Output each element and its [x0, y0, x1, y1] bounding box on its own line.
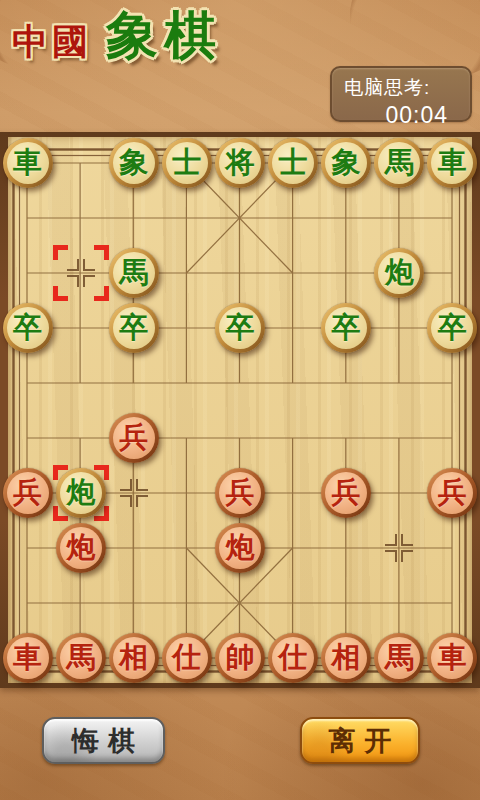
piece-red-車-f8r9[interactable]: 車 [427, 633, 477, 683]
piece-black-象-f6r0[interactable]: 象 [321, 138, 371, 188]
piece-glyph: 馬 [66, 643, 95, 672]
board-point: 兵 [1, 465, 54, 520]
board-point: 馬 [107, 245, 160, 300]
piece-glyph: 将 [225, 148, 254, 177]
board-point: 卒 [213, 300, 266, 355]
piece-black-車-f0r0[interactable]: 車 [3, 138, 53, 188]
piece-glyph: 兵 [225, 478, 254, 507]
board-point: 兵 [213, 465, 266, 520]
piece-glyph: 相 [119, 643, 148, 672]
board-point: 馬 [54, 630, 107, 685]
piece-red-相-f2r9[interactable]: 相 [109, 633, 159, 683]
piece-glyph: 炮 [66, 533, 95, 562]
piece-black-馬-f7r0[interactable]: 馬 [374, 138, 424, 188]
piece-glyph: 帥 [225, 643, 254, 672]
piece-glyph: 車 [13, 643, 42, 672]
piece-red-兵-f6r6[interactable]: 兵 [321, 468, 371, 518]
app-title: 中國 象棋 [12, 8, 222, 62]
board-point: 車 [1, 630, 54, 685]
xiangqi-app: 中國 象棋 电脑思考: 00:04 [0, 0, 480, 800]
board-point: 卒 [426, 300, 479, 355]
piece-glyph: 馬 [119, 258, 148, 287]
piece-glyph: 車 [438, 148, 467, 177]
piece-black-士-f3r0[interactable]: 士 [162, 138, 212, 188]
board-point: 兵 [426, 465, 479, 520]
piece-glyph: 炮 [66, 478, 95, 507]
computer-thinking-panel: 电脑思考: 00:04 [330, 66, 472, 122]
piece-glyph: 卒 [332, 313, 361, 342]
piece-black-将-f4r0[interactable]: 将 [215, 138, 265, 188]
piece-black-炮-f1r6[interactable]: 炮 [56, 468, 106, 518]
piece-red-兵-f8r6[interactable]: 兵 [427, 468, 477, 518]
move-highlight-brackets [53, 245, 109, 301]
board-point: 将 [213, 135, 266, 190]
piece-red-相-f6r9[interactable]: 相 [321, 633, 371, 683]
piece-red-仕-f3r9[interactable]: 仕 [162, 633, 212, 683]
piece-glyph: 卒 [225, 313, 254, 342]
board-point: 兵 [320, 465, 373, 520]
piece-glyph: 兵 [119, 423, 148, 452]
piece-black-卒-f2r3[interactable]: 卒 [109, 303, 159, 353]
piece-black-卒-f8r3[interactable]: 卒 [427, 303, 477, 353]
board-point: 卒 [320, 300, 373, 355]
board-point: 炮 [213, 520, 266, 575]
board-point: 相 [320, 630, 373, 685]
piece-glyph: 馬 [385, 148, 414, 177]
piece-glyph: 象 [332, 148, 361, 177]
piece-glyph: 士 [172, 148, 201, 177]
piece-glyph: 卒 [438, 313, 467, 342]
piece-glyph: 士 [279, 148, 308, 177]
piece-glyph: 兵 [438, 478, 467, 507]
piece-glyph: 卒 [119, 313, 148, 342]
board-point: 象 [107, 135, 160, 190]
board-point: 仕 [160, 630, 213, 685]
board-point: 炮 [54, 520, 107, 575]
piece-black-車-f8r0[interactable]: 車 [427, 138, 477, 188]
leave-button[interactable]: 离开 [300, 717, 420, 764]
piece-red-兵-f2r5[interactable]: 兵 [109, 413, 159, 463]
board-point: 相 [107, 630, 160, 685]
title-zhongguo: 中國 [12, 24, 92, 60]
piece-glyph: 卒 [13, 313, 42, 342]
piece-glyph: 象 [119, 148, 148, 177]
piece-glyph: 車 [13, 148, 42, 177]
piece-red-馬-f1r9[interactable]: 馬 [56, 633, 106, 683]
piece-black-卒-f4r3[interactable]: 卒 [215, 303, 265, 353]
piece-red-兵-f0r6[interactable]: 兵 [3, 468, 53, 518]
point-marker [373, 520, 426, 575]
piece-glyph: 相 [332, 643, 361, 672]
move-highlight [54, 245, 107, 300]
board-point: 兵 [107, 410, 160, 465]
piece-glyph: 仕 [172, 643, 201, 672]
thinking-time: 00:04 [332, 102, 448, 129]
board-point: 卒 [1, 300, 54, 355]
piece-red-仕-f5r9[interactable]: 仕 [268, 633, 318, 683]
board-point: 車 [426, 630, 479, 685]
piece-red-馬-f7r9[interactable]: 馬 [374, 633, 424, 683]
piece-black-士-f5r0[interactable]: 士 [268, 138, 318, 188]
board-point: 馬 [373, 630, 426, 685]
piece-red-炮-f4r7[interactable]: 炮 [215, 523, 265, 573]
piece-black-馬-f2r2[interactable]: 馬 [109, 248, 159, 298]
board-point: 炮 [373, 245, 426, 300]
piece-red-炮-f1r7[interactable]: 炮 [56, 523, 106, 573]
piece-glyph: 炮 [225, 533, 254, 562]
piece-red-兵-f4r6[interactable]: 兵 [215, 468, 265, 518]
piece-black-卒-f0r3[interactable]: 卒 [3, 303, 53, 353]
piece-glyph: 炮 [385, 258, 414, 287]
piece-glyph: 仕 [279, 643, 308, 672]
board-point: 帥 [213, 630, 266, 685]
board-point: 仕 [266, 630, 319, 685]
thinking-label: 电脑思考: [344, 75, 470, 101]
point-marker-cross [382, 531, 416, 565]
point-marker-cross [117, 476, 151, 510]
title-xiangqi: 象棋 [106, 10, 222, 62]
board-point: 象 [320, 135, 373, 190]
board-point: 卒 [107, 300, 160, 355]
piece-glyph: 兵 [332, 478, 361, 507]
piece-black-炮-f7r2[interactable]: 炮 [374, 248, 424, 298]
piece-red-車-f0r9[interactable]: 車 [3, 633, 53, 683]
board-point: 士 [160, 135, 213, 190]
board-intersections-grid: 車象士将士象馬車馬炮卒卒卒卒卒炮兵兵兵兵兵炮炮車馬相仕帥仕相馬車 [1, 135, 479, 685]
board-point: 車 [1, 135, 54, 190]
undo-button[interactable]: 悔棋 [42, 717, 165, 764]
board-point: 車 [426, 135, 479, 190]
point-marker [107, 465, 160, 520]
piece-glyph: 兵 [13, 478, 42, 507]
piece-glyph: 車 [438, 643, 467, 672]
piece-black-卒-f6r3[interactable]: 卒 [321, 303, 371, 353]
piece-red-帥-f4r9[interactable]: 帥 [215, 633, 265, 683]
board-point: 士 [266, 135, 319, 190]
board-point: 馬 [373, 135, 426, 190]
piece-black-象-f2r0[interactable]: 象 [109, 138, 159, 188]
piece-glyph: 馬 [385, 643, 414, 672]
